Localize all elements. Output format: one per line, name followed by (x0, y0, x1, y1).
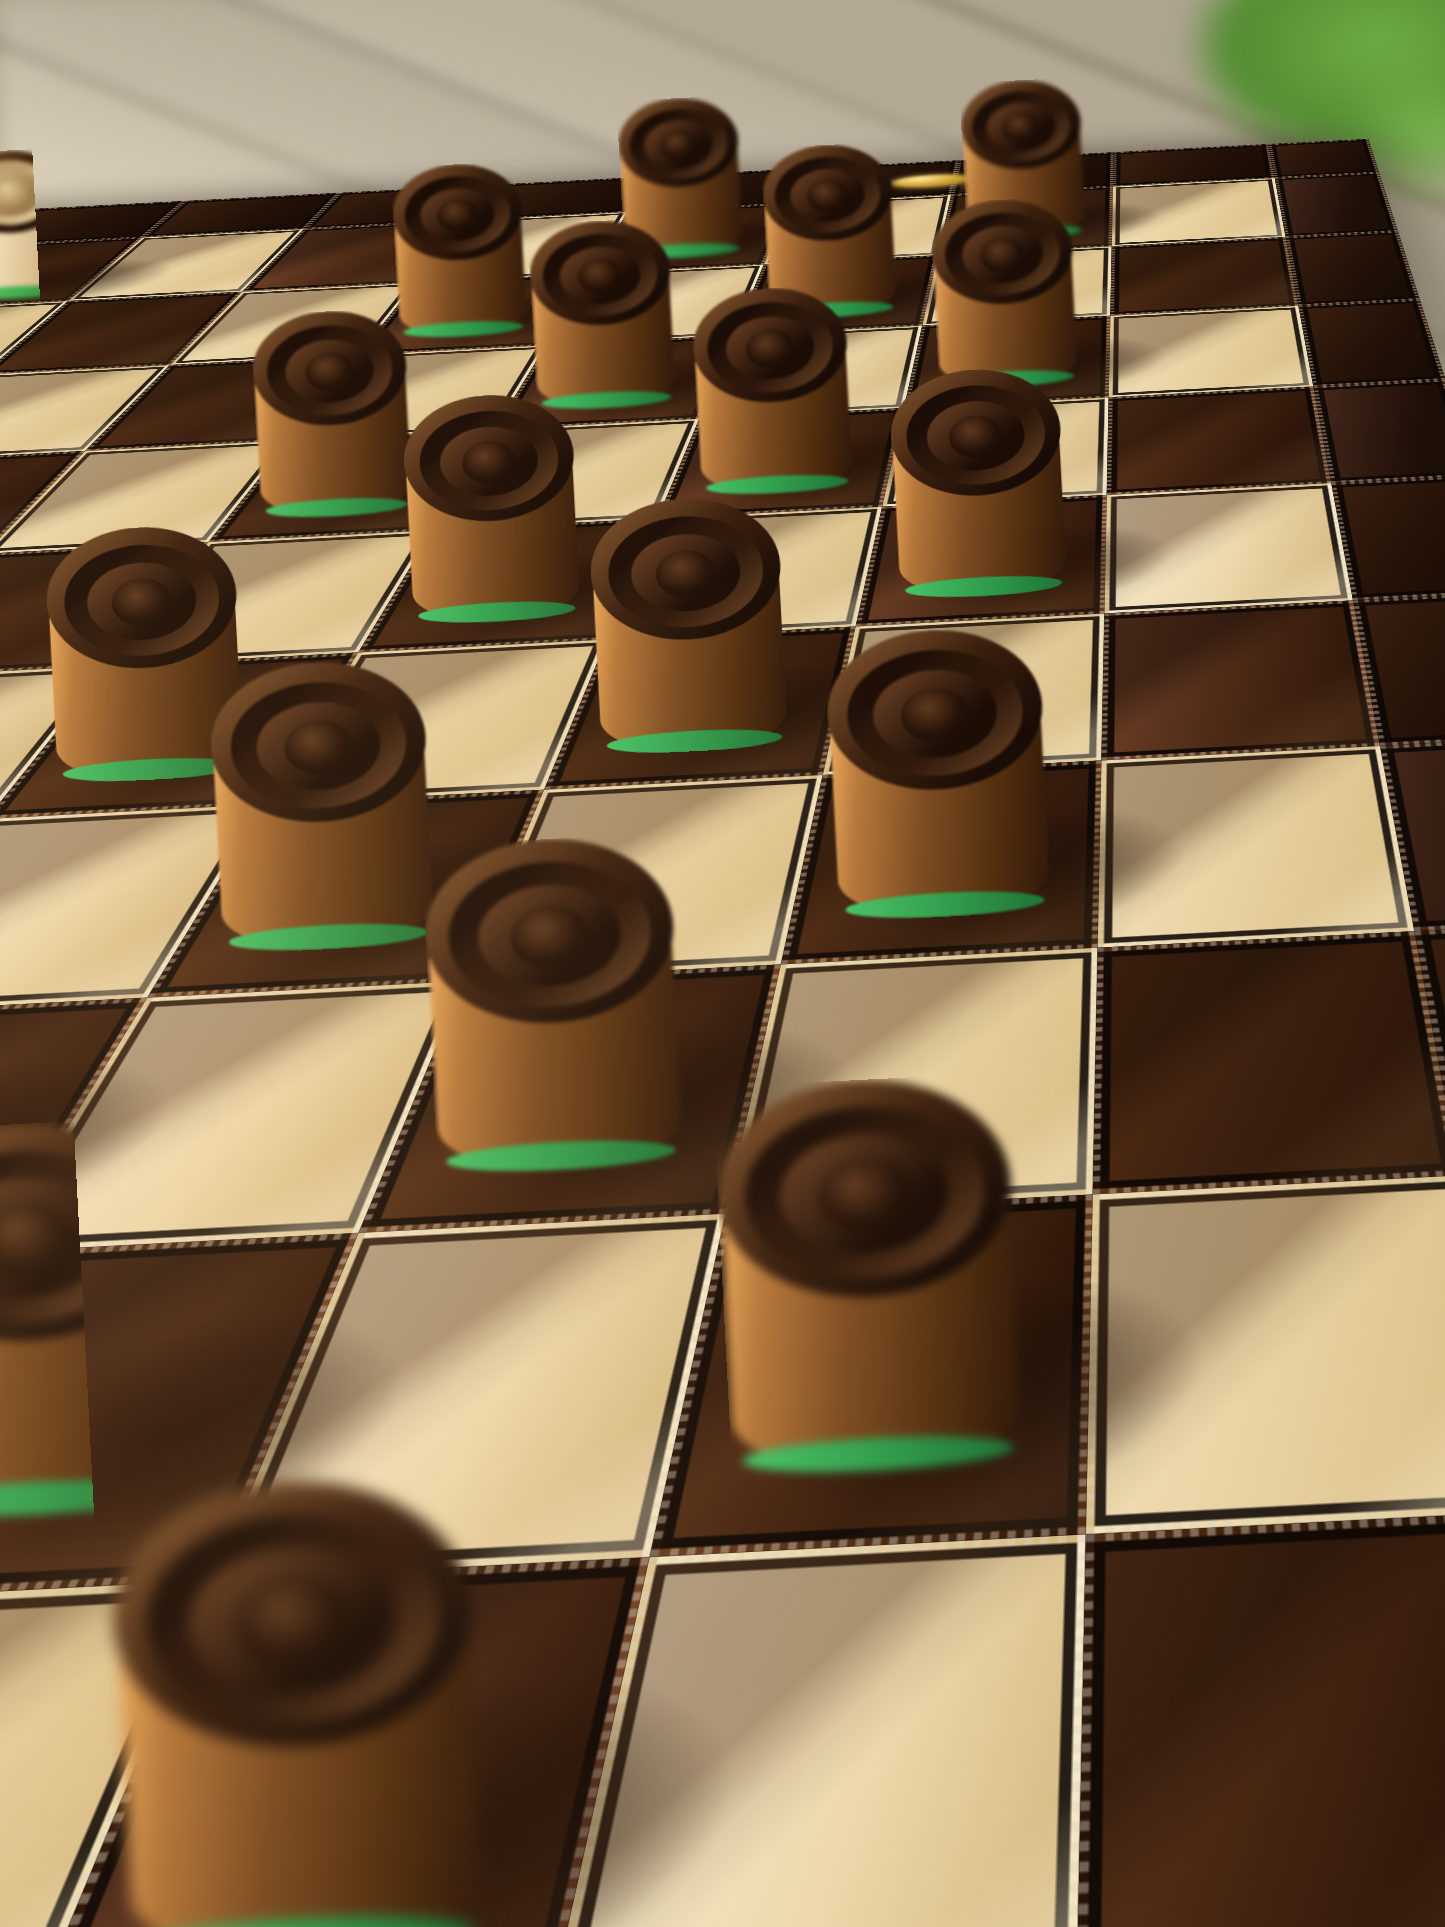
board-square-dark (1110, 237, 1298, 316)
checker-cylinder (526, 218, 676, 410)
dark-checker-piece (205, 658, 435, 953)
dark-checker-piece (822, 625, 1052, 920)
board-square-dark (1101, 600, 1380, 760)
checker-cylinder (205, 658, 435, 953)
dark-checker-piece (526, 218, 676, 410)
checker-cylinder (586, 494, 789, 754)
checker-cylinder (419, 833, 684, 1173)
dark-checker-piece (0, 1117, 183, 1519)
checker-cylinder (0, 147, 71, 300)
board-square-dark (1093, 931, 1445, 1194)
checker-cylinder (689, 285, 853, 496)
board-border-cell (1286, 231, 1420, 306)
dark-checker-piece (586, 494, 789, 754)
draughts-photo (0, 0, 1445, 1927)
dark-checker-piece (400, 391, 581, 624)
board-square-dark (1107, 387, 1332, 495)
board-border-cell (1313, 380, 1445, 483)
board-border-cell (1298, 299, 1445, 386)
checker-cylinder (711, 1073, 1024, 1475)
dark-checker-piece (419, 833, 684, 1173)
dark-checker-piece (390, 161, 528, 338)
checker-cylinder (400, 391, 581, 624)
dark-checker-piece (929, 196, 1079, 388)
checker-cylinder (929, 196, 1079, 388)
dark-checker-piece (249, 308, 413, 519)
checker-cylinder (104, 1473, 487, 1927)
draughts-board (0, 139, 1445, 1927)
checker-cylinder (390, 161, 528, 338)
dark-checker-piece (689, 285, 853, 496)
checker-cylinder (0, 1117, 183, 1519)
board-border-cell (1268, 139, 1379, 178)
checker-cylinder (249, 308, 413, 519)
checker-cylinder (822, 625, 1052, 920)
light-checker-piece (0, 147, 71, 300)
board-perspective (0, 139, 1445, 1927)
dark-checker-piece (887, 366, 1068, 599)
board-border-cell (1275, 173, 1398, 238)
dark-checker-piece (711, 1073, 1024, 1475)
dark-checker-piece (104, 1473, 487, 1927)
board-square-dark (1076, 1512, 1445, 1927)
checker-cylinder (887, 366, 1068, 599)
